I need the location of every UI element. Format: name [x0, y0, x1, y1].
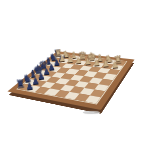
cream-bishop: ♝	[63, 49, 85, 61]
board-square: ♛	[79, 57, 91, 62]
board-square: ♜	[114, 61, 126, 66]
board-square	[57, 68, 70, 74]
blue-pawn: ♟	[34, 66, 60, 78]
cream-pawn: ♟	[43, 53, 65, 64]
cream-knight: ♞	[97, 53, 120, 66]
board-square: ♞	[104, 60, 116, 65]
board-square: ♚	[35, 70, 48, 76]
cream-pawn: ♟	[103, 59, 127, 71]
cream-rook: ♜	[48, 48, 69, 60]
blue-queen: ♛	[31, 58, 56, 72]
board-square: ♝	[70, 56, 82, 61]
board-square: ♟	[110, 65, 123, 71]
blue-bishop: ♝	[36, 55, 60, 67]
cream-pawn: ♟	[94, 58, 118, 70]
blue-king: ♚	[25, 62, 51, 77]
cream-pawn: ♟	[76, 56, 99, 67]
cream-queen: ♛	[71, 49, 93, 63]
board-rotation-wrapper: ♜♜♞♟♝♛♚♝♞♜♟♞♟♟♟♟♟♟♟♟♝♟♛♟♚♟♝♟♞♟♜♟	[0, 0, 150, 150]
board-square	[66, 69, 79, 75]
board-square: ♝	[46, 62, 59, 67]
board-square: ♜♜	[55, 54, 67, 59]
cream-pawn: ♟	[59, 55, 81, 66]
board-square: ♟♞	[50, 58, 62, 63]
board-square	[62, 64, 75, 69]
board-square: ♟	[92, 63, 105, 68]
board-square: ♟	[83, 62, 96, 67]
cream-rook: ♜	[106, 54, 130, 67]
board-square: ♛	[41, 66, 54, 71]
cream-bishop: ♝	[88, 52, 111, 65]
board-square: ♟	[49, 67, 62, 72]
board-square: ♝	[96, 59, 108, 64]
board-square	[85, 95, 101, 103]
cream-knight: ♞	[56, 49, 78, 61]
board-frame-inner-line: ♜♜♞♟♝♛♚♝♞♜♟♞♟♟♟♟♟♟♟♟♝♟♛♟♚♟♝♟♞♟♜♟	[16, 54, 127, 105]
board-shadow-smudge	[83, 111, 100, 114]
board-square	[70, 65, 83, 70]
blue-pawn: ♟	[54, 50, 77, 61]
cream-pawn: ♟	[51, 54, 73, 65]
cream-king: ♚	[80, 50, 103, 64]
board-square: ♞♟	[63, 55, 75, 60]
blue-pawn: ♟	[49, 53, 73, 64]
board-grid: ♜♜♞♟♝♛♚♝♞♜♟♞♟♟♟♟♟♟♟♟♝♟♛♟♚♟♝♟♞♟♜♟	[18, 54, 126, 103]
board-square: ♟	[44, 71, 57, 77]
blue-pawn: ♟	[39, 61, 64, 73]
board-square: ♟	[66, 60, 78, 65]
board-square: ♟	[101, 64, 114, 69]
chess-board: ♜♜♞♟♝♛♚♝♞♜♟♞♟♟♟♟♟♟♟♟♝♟♛♟♚♟♝♟♞♟♜♟	[7, 51, 134, 110]
blue-knight: ♞	[42, 51, 66, 63]
board-square	[88, 67, 101, 73]
board-square	[79, 66, 92, 72]
board-square: ♝	[30, 74, 44, 80]
board-square: ♟♟	[58, 59, 70, 64]
cream-pawn: ♟	[67, 55, 90, 66]
board-square	[74, 70, 87, 76]
board-square: ♟	[74, 61, 86, 66]
board-square: ♟	[54, 63, 67, 68]
cream-pawn: ♟	[85, 57, 108, 68]
blue-pawn: ♟	[45, 57, 69, 68]
photo-canvas: ♜♜♞♟♝♛♚♝♞♜♟♞♟♟♟♟♟♟♟♟♝♟♛♟♚♟♝♟♞♟♜♟	[0, 0, 150, 150]
board-square: ♚	[87, 58, 99, 63]
blue-bishop: ♝	[20, 67, 46, 80]
blue-rook: ♜	[46, 48, 69, 60]
